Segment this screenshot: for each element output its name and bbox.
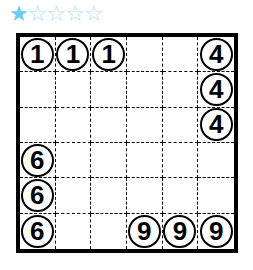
cell-r6c5[interactable]: 9 <box>163 214 199 249</box>
cell-r6c3[interactable] <box>91 214 127 249</box>
cell-r2c3[interactable] <box>91 72 127 107</box>
cell-r5c3[interactable] <box>91 178 127 213</box>
clue-circle: 6 <box>21 215 54 248</box>
cell-r1c4[interactable] <box>127 37 163 72</box>
cell-r5c2[interactable] <box>56 178 92 213</box>
cell-r1c6[interactable]: 4 <box>198 37 234 72</box>
cell-r2c4[interactable] <box>127 72 163 107</box>
cell-r1c2[interactable]: 1 <box>56 37 92 72</box>
star-empty-icon: ☆ <box>28 1 47 26</box>
cell-r2c6[interactable]: 4 <box>198 72 234 107</box>
clue-circle: 1 <box>56 38 89 71</box>
clue-circle: 4 <box>200 73 233 106</box>
cell-r3c6[interactable]: 4 <box>198 108 234 143</box>
cell-r3c1[interactable] <box>20 108 56 143</box>
cell-r4c3[interactable] <box>91 143 127 178</box>
cell-r2c5[interactable] <box>163 72 199 107</box>
clue-circle: 1 <box>21 38 54 71</box>
cell-r6c4[interactable]: 9 <box>127 214 163 249</box>
cell-r5c5[interactable] <box>163 178 199 213</box>
cell-r1c3[interactable]: 1 <box>91 37 127 72</box>
clue-circle: 9 <box>163 215 196 248</box>
puzzle-board: 111444666999 <box>16 33 238 253</box>
clue-circle: 6 <box>21 179 54 212</box>
cell-r3c4[interactable] <box>127 108 163 143</box>
cell-r3c2[interactable] <box>56 108 92 143</box>
star-empty-icon: ☆ <box>46 1 65 26</box>
cell-r4c4[interactable] <box>127 143 163 178</box>
puzzle-screen: ★☆☆☆☆ 111444666999 <box>0 0 253 270</box>
cell-r3c5[interactable] <box>163 108 199 143</box>
cell-r4c1[interactable]: 6 <box>20 143 56 178</box>
cell-r3c3[interactable] <box>91 108 127 143</box>
cell-r4c2[interactable] <box>56 143 92 178</box>
star-filled-icon: ★ <box>9 1 28 26</box>
clue-circle: 6 <box>21 144 54 177</box>
cell-r6c2[interactable] <box>56 214 92 249</box>
difficulty-stars: ★☆☆☆☆ <box>9 1 103 27</box>
cell-r5c6[interactable] <box>198 178 234 213</box>
cell-r2c1[interactable] <box>20 72 56 107</box>
clue-circle: 9 <box>128 215 161 248</box>
cell-r6c1[interactable]: 6 <box>20 214 56 249</box>
cell-r4c5[interactable] <box>163 143 199 178</box>
cell-r1c5[interactable] <box>163 37 199 72</box>
cell-r5c4[interactable] <box>127 178 163 213</box>
cell-r6c6[interactable]: 9 <box>198 214 234 249</box>
cell-r5c1[interactable]: 6 <box>20 178 56 213</box>
clue-circle: 9 <box>200 215 233 248</box>
star-empty-icon: ☆ <box>65 1 84 26</box>
cell-r2c2[interactable] <box>56 72 92 107</box>
clue-circle: 4 <box>200 108 233 141</box>
cell-r1c1[interactable]: 1 <box>20 37 56 72</box>
star-empty-icon: ☆ <box>84 1 103 26</box>
clue-circle: 4 <box>200 38 233 71</box>
clue-circle: 1 <box>92 38 125 71</box>
cell-r4c6[interactable] <box>198 143 234 178</box>
